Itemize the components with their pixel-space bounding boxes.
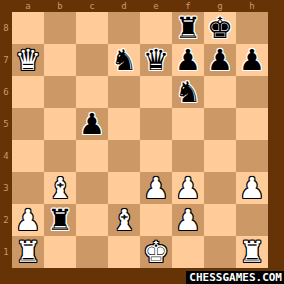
square-h2[interactable] <box>236 204 268 236</box>
square-c7[interactable] <box>76 44 108 76</box>
square-b3[interactable]: ♝ <box>44 172 76 204</box>
square-a4[interactable] <box>12 140 44 172</box>
square-d7[interactable]: ♞ <box>108 44 140 76</box>
square-b4[interactable] <box>44 140 76 172</box>
white-bishop-d2: ♝ <box>108 204 140 236</box>
square-a7[interactable]: ♛ <box>12 44 44 76</box>
white-bishop-b3: ♝ <box>44 172 76 204</box>
square-b2[interactable]: ♜ <box>44 204 76 236</box>
black-queen-e7: ♛ <box>140 44 172 76</box>
black-rook-b2: ♜ <box>44 204 76 236</box>
square-c2[interactable] <box>76 204 108 236</box>
square-g3[interactable] <box>204 172 236 204</box>
white-rook-h1: ♜ <box>236 236 268 268</box>
square-h3[interactable]: ♟ <box>236 172 268 204</box>
black-pawn-c5: ♟ <box>76 108 108 140</box>
square-d2[interactable]: ♝ <box>108 204 140 236</box>
square-b6[interactable] <box>44 76 76 108</box>
square-f1[interactable] <box>172 236 204 268</box>
square-d4[interactable] <box>108 140 140 172</box>
square-c1[interactable] <box>76 236 108 268</box>
square-f4[interactable] <box>172 140 204 172</box>
square-b1[interactable] <box>44 236 76 268</box>
square-a6[interactable] <box>12 76 44 108</box>
rank-label-3: 3 <box>0 172 12 204</box>
black-pawn-h7: ♟ <box>236 44 268 76</box>
square-e8[interactable] <box>140 12 172 44</box>
file-label-c: c <box>76 0 108 12</box>
board-grid: ♜♚♛♞♛♟♟♟♞♟♝♟♟♟♟♜♝♟♜♚♜ <box>12 12 268 268</box>
file-label-b: b <box>44 0 76 12</box>
square-f5[interactable] <box>172 108 204 140</box>
square-f2[interactable]: ♟ <box>172 204 204 236</box>
square-e5[interactable] <box>140 108 172 140</box>
white-pawn-f2: ♟ <box>172 204 204 236</box>
square-f8[interactable]: ♜ <box>172 12 204 44</box>
file-label-e: e <box>140 0 172 12</box>
square-g6[interactable] <box>204 76 236 108</box>
chess-board-diagram: abcdefgh 87654321 ♜♚♛♞♛♟♟♟♞♟♝♟♟♟♟♜♝♟♜♚♜ … <box>0 0 284 284</box>
square-b5[interactable] <box>44 108 76 140</box>
white-pawn-f3: ♟ <box>172 172 204 204</box>
square-e6[interactable] <box>140 76 172 108</box>
file-label-a: a <box>12 0 44 12</box>
white-queen-a7: ♛ <box>12 44 44 76</box>
square-d5[interactable] <box>108 108 140 140</box>
square-b8[interactable] <box>44 12 76 44</box>
square-g1[interactable] <box>204 236 236 268</box>
square-d8[interactable] <box>108 12 140 44</box>
square-f7[interactable]: ♟ <box>172 44 204 76</box>
square-e1[interactable]: ♚ <box>140 236 172 268</box>
rank-label-2: 2 <box>0 204 12 236</box>
square-h1[interactable]: ♜ <box>236 236 268 268</box>
black-king-g8: ♚ <box>204 12 236 44</box>
square-c5[interactable]: ♟ <box>76 108 108 140</box>
file-label-d: d <box>108 0 140 12</box>
square-f3[interactable]: ♟ <box>172 172 204 204</box>
square-d3[interactable] <box>108 172 140 204</box>
square-e4[interactable] <box>140 140 172 172</box>
square-g2[interactable] <box>204 204 236 236</box>
square-a5[interactable] <box>12 108 44 140</box>
white-king-e1: ♚ <box>140 236 172 268</box>
square-h4[interactable] <box>236 140 268 172</box>
square-g8[interactable]: ♚ <box>204 12 236 44</box>
white-rook-a1: ♜ <box>12 236 44 268</box>
square-g4[interactable] <box>204 140 236 172</box>
white-pawn-e3: ♟ <box>140 172 172 204</box>
square-g7[interactable]: ♟ <box>204 44 236 76</box>
square-d1[interactable] <box>108 236 140 268</box>
rank-label-1: 1 <box>0 236 12 268</box>
square-h7[interactable]: ♟ <box>236 44 268 76</box>
square-c4[interactable] <box>76 140 108 172</box>
black-pawn-g7: ♟ <box>204 44 236 76</box>
black-knight-f6: ♞ <box>172 76 204 108</box>
black-rook-f8: ♜ <box>172 12 204 44</box>
square-c3[interactable] <box>76 172 108 204</box>
square-a8[interactable] <box>12 12 44 44</box>
white-pawn-h3: ♟ <box>236 172 268 204</box>
square-e2[interactable] <box>140 204 172 236</box>
square-a3[interactable] <box>12 172 44 204</box>
black-pawn-f7: ♟ <box>172 44 204 76</box>
white-pawn-a2: ♟ <box>12 204 44 236</box>
square-h6[interactable] <box>236 76 268 108</box>
square-b7[interactable] <box>44 44 76 76</box>
site-watermark: CHESSGAMES.COM <box>186 271 284 284</box>
rank-label-6: 6 <box>0 76 12 108</box>
square-g5[interactable] <box>204 108 236 140</box>
rank-label-5: 5 <box>0 108 12 140</box>
square-h8[interactable] <box>236 12 268 44</box>
square-d6[interactable] <box>108 76 140 108</box>
rank-label-7: 7 <box>0 44 12 76</box>
rank-label-4: 4 <box>0 140 12 172</box>
square-f6[interactable]: ♞ <box>172 76 204 108</box>
black-knight-d7: ♞ <box>108 44 140 76</box>
square-a1[interactable]: ♜ <box>12 236 44 268</box>
square-c8[interactable] <box>76 12 108 44</box>
file-label-h: h <box>236 0 268 12</box>
rank-label-8: 8 <box>0 12 12 44</box>
square-e3[interactable]: ♟ <box>140 172 172 204</box>
square-c6[interactable] <box>76 76 108 108</box>
square-h5[interactable] <box>236 108 268 140</box>
square-a2[interactable]: ♟ <box>12 204 44 236</box>
square-e7[interactable]: ♛ <box>140 44 172 76</box>
